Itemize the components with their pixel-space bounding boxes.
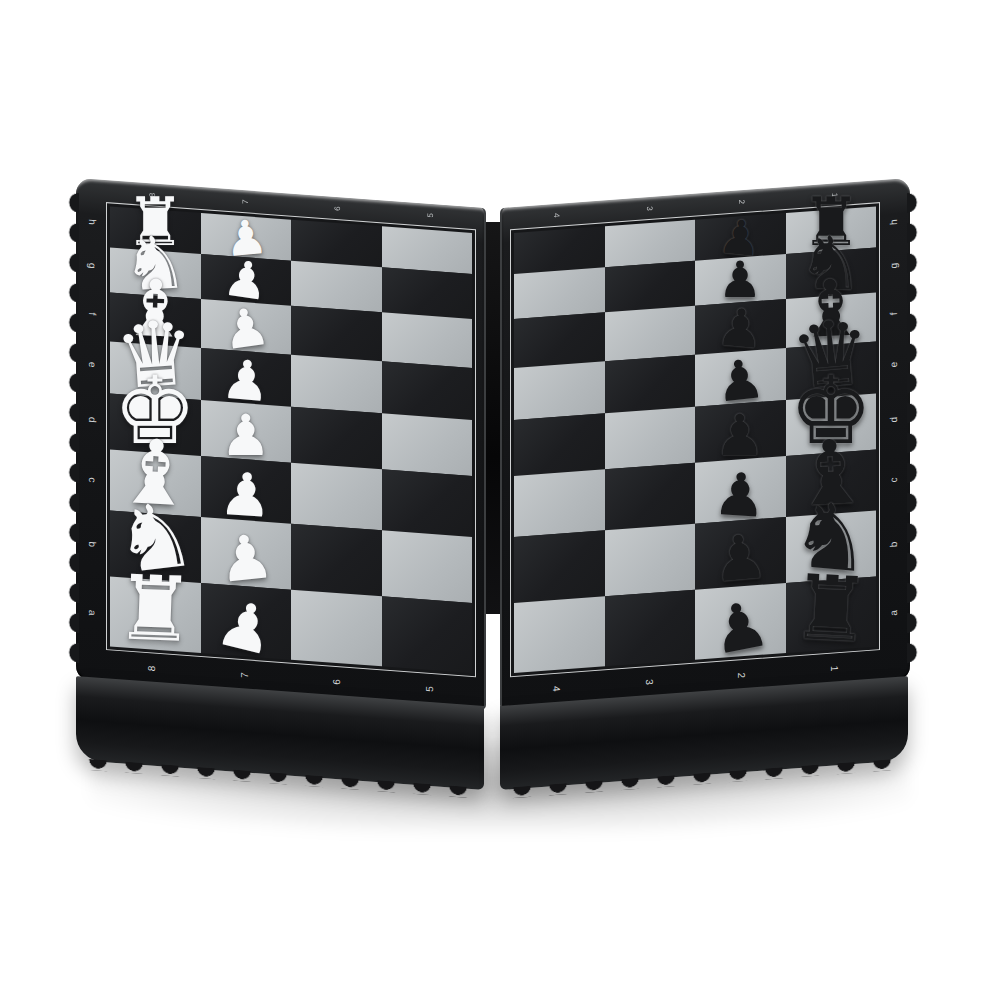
- board-surface-right: ♟♜♟♞♟♝♟♛♟♚♟♝♟♞♟♜: [510, 202, 880, 677]
- square-c3[interactable]: [605, 463, 696, 531]
- square-c2[interactable]: ♟: [695, 456, 786, 524]
- product-photo: 8765 hgfedcba ♜♟♞♟♝♟♛♟♚♟♝♟♞♟♜♟ 8765 4321…: [0, 0, 1000, 1000]
- square-h5[interactable]: [382, 226, 473, 274]
- square-h3[interactable]: [605, 220, 696, 268]
- board-left-half: 8765 hgfedcba ♜♟♞♟♝♟♛♟♚♟♝♟♞♟♜♟ 8765: [76, 178, 486, 710]
- square-f2[interactable]: ♟: [695, 299, 786, 354]
- piece-white-pawn[interactable]: ♟: [220, 407, 271, 464]
- square-c5[interactable]: [382, 470, 473, 538]
- square-f3[interactable]: [605, 306, 696, 361]
- square-f4[interactable]: [514, 312, 605, 367]
- board-grid-left: ♜♟♞♟♝♟♛♟♚♟♝♟♞♟♜♟: [110, 206, 472, 673]
- square-c6[interactable]: [291, 463, 382, 531]
- piece-black-pawn[interactable]: ♟: [710, 526, 770, 592]
- square-d5[interactable]: [382, 413, 473, 476]
- square-b4[interactable]: [514, 531, 605, 603]
- square-g5[interactable]: [382, 268, 473, 319]
- square-c4[interactable]: [514, 470, 605, 538]
- board-right-half: 4321 hgfedcba ♟♜♟♞♟♝♟♛♟♚♟♝♟♞♟♜ 4321: [500, 178, 910, 710]
- square-g3[interactable]: [605, 261, 696, 312]
- square-b7[interactable]: ♟: [201, 517, 292, 589]
- square-b5[interactable]: [382, 531, 473, 603]
- piece-white-pawn[interactable]: ♟: [215, 526, 276, 593]
- square-b6[interactable]: [291, 524, 382, 596]
- piece-white-pawn[interactable]: ♟: [219, 351, 272, 410]
- square-f5[interactable]: [382, 312, 473, 367]
- square-b2[interactable]: ♟: [695, 517, 786, 589]
- square-g4[interactable]: [514, 268, 605, 319]
- square-h4[interactable]: [514, 226, 605, 274]
- square-e5[interactable]: [382, 361, 473, 420]
- square-f7[interactable]: ♟: [201, 299, 292, 354]
- square-d6[interactable]: [291, 407, 382, 470]
- square-d2[interactable]: ♟: [695, 400, 786, 463]
- square-d3[interactable]: [605, 407, 696, 470]
- piece-black-pawn[interactable]: ♟: [712, 464, 769, 527]
- square-e4[interactable]: [514, 361, 605, 420]
- square-d7[interactable]: ♟: [201, 400, 292, 463]
- square-e2[interactable]: ♟: [695, 348, 786, 407]
- piece-black-pawn[interactable]: ♟: [715, 407, 766, 464]
- piece-white-pawn[interactable]: ♟: [217, 464, 274, 527]
- square-c7[interactable]: ♟: [201, 456, 292, 524]
- piece-black-pawn[interactable]: ♟: [713, 350, 767, 409]
- square-e7[interactable]: ♟: [201, 348, 292, 407]
- file-letters-right-edge: hgfedcba: [882, 200, 906, 650]
- square-d4[interactable]: [514, 413, 605, 476]
- chess-set-scene: 8765 hgfedcba ♜♟♞♟♝♟♛♟♚♟♝♟♞♟♜♟ 8765 4321…: [70, 182, 930, 842]
- square-e3[interactable]: [605, 354, 696, 413]
- square-g6[interactable]: [291, 261, 382, 312]
- square-h6[interactable]: [291, 220, 382, 268]
- file-letters-left-edge: hgfedcba: [80, 200, 104, 650]
- board-surface-left: ♜♟♞♟♝♟♛♟♚♟♝♟♞♟♜♟: [106, 202, 476, 677]
- square-f6[interactable]: [291, 306, 382, 361]
- board-grid-right: ♟♜♟♞♟♝♟♛♟♚♟♝♟♞♟♜: [514, 206, 876, 673]
- square-b3[interactable]: [605, 524, 696, 596]
- hinge: [484, 222, 500, 614]
- square-e6[interactable]: [291, 354, 382, 413]
